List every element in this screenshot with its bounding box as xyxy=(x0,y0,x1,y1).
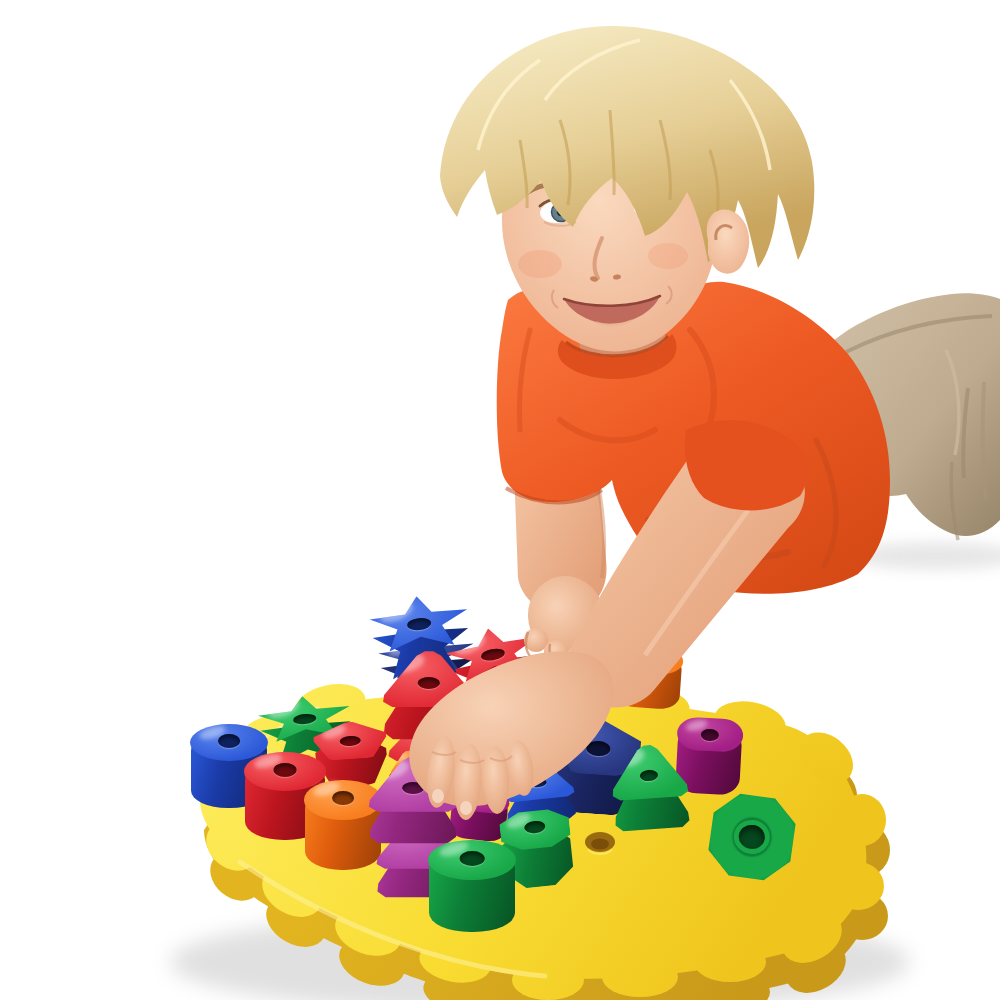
child-photo xyxy=(0,0,1000,1000)
photo-scene xyxy=(0,0,1000,1000)
fingernail xyxy=(432,789,444,803)
ear xyxy=(707,210,749,274)
fingernail xyxy=(460,801,472,815)
cheek-left xyxy=(518,250,562,278)
cheek-right xyxy=(648,243,688,269)
